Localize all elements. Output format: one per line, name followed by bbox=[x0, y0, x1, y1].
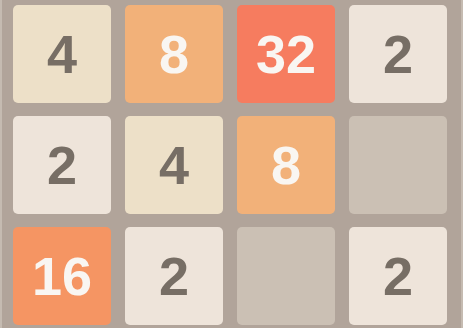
tile-r0c2: 32 bbox=[237, 5, 335, 103]
empty-cell-r2c2 bbox=[237, 227, 335, 325]
tile-grid: 4 8 32 2 2 4 8 16 2 2 bbox=[0, 0, 447, 325]
tile-r2c0: 16 bbox=[13, 227, 111, 325]
empty-cell-r1c3 bbox=[349, 116, 447, 214]
tile-r0c3: 2 bbox=[349, 5, 447, 103]
tile-r2c3: 2 bbox=[349, 227, 447, 325]
board-left-edge-highlight bbox=[0, 0, 2, 328]
game-2048-board: 4 8 32 2 2 4 8 16 2 2 bbox=[0, 0, 463, 328]
tile-r1c0: 2 bbox=[13, 116, 111, 214]
tile-r1c2: 8 bbox=[237, 116, 335, 214]
tile-r0c0: 4 bbox=[13, 5, 111, 103]
tile-r0c1: 8 bbox=[125, 5, 223, 103]
tile-r1c1: 4 bbox=[125, 116, 223, 214]
tile-r2c1: 2 bbox=[125, 227, 223, 325]
